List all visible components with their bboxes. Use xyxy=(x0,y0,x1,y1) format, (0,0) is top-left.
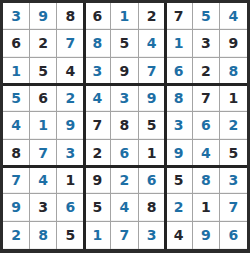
cell-r8c1[interactable]: 9 xyxy=(3,194,30,221)
cell-r5c6[interactable]: 5 xyxy=(139,112,166,139)
cell-r2c3[interactable]: 7 xyxy=(57,30,84,57)
cell-r2c2[interactable]: 2 xyxy=(30,30,57,57)
cell-r7c8[interactable]: 8 xyxy=(193,167,220,194)
cell-r1c4[interactable]: 6 xyxy=(84,3,111,30)
cell-r9c6[interactable]: 3 xyxy=(139,222,166,249)
cell-r4c4[interactable]: 4 xyxy=(84,85,111,112)
cell-r1c9[interactable]: 4 xyxy=(220,3,247,30)
cell-r3c5[interactable]: 9 xyxy=(111,58,138,85)
cell-r6c3[interactable]: 3 xyxy=(57,140,84,167)
cell-r6c5[interactable]: 6 xyxy=(111,140,138,167)
cell-r8c7[interactable]: 2 xyxy=(166,194,193,221)
cell-r2c7[interactable]: 1 xyxy=(166,30,193,57)
cell-r3c8[interactable]: 2 xyxy=(193,58,220,85)
cell-r9c8[interactable]: 9 xyxy=(193,222,220,249)
cell-r5c5[interactable]: 8 xyxy=(111,112,138,139)
cell-r8c6[interactable]: 8 xyxy=(139,194,166,221)
cell-r6c2[interactable]: 7 xyxy=(30,140,57,167)
cell-r5c3[interactable]: 9 xyxy=(57,112,84,139)
cell-r3c2[interactable]: 5 xyxy=(30,58,57,85)
sudoku-app: 3986127546278541391543976285624398714197… xyxy=(0,0,250,253)
cell-r3c6[interactable]: 7 xyxy=(139,58,166,85)
cell-r2c1[interactable]: 6 xyxy=(3,30,30,57)
cell-r6c4[interactable]: 2 xyxy=(84,140,111,167)
cell-r5c4[interactable]: 7 xyxy=(84,112,111,139)
cell-r3c9[interactable]: 8 xyxy=(220,58,247,85)
cell-r1c6[interactable]: 2 xyxy=(139,3,166,30)
cell-r9c3[interactable]: 5 xyxy=(57,222,84,249)
cell-r8c2[interactable]: 3 xyxy=(30,194,57,221)
cell-r1c5[interactable]: 1 xyxy=(111,3,138,30)
cell-r4c3[interactable]: 2 xyxy=(57,85,84,112)
cell-r5c8[interactable]: 6 xyxy=(193,112,220,139)
cell-r7c4[interactable]: 9 xyxy=(84,167,111,194)
cell-r6c1[interactable]: 8 xyxy=(3,140,30,167)
cell-r8c5[interactable]: 4 xyxy=(111,194,138,221)
cell-r1c2[interactable]: 9 xyxy=(30,3,57,30)
cell-r8c4[interactable]: 5 xyxy=(84,194,111,221)
cell-r4c9[interactable]: 1 xyxy=(220,85,247,112)
cell-r9c9[interactable]: 6 xyxy=(220,222,247,249)
cell-r1c3[interactable]: 8 xyxy=(57,3,84,30)
cell-r6c7[interactable]: 9 xyxy=(166,140,193,167)
cell-r1c7[interactable]: 7 xyxy=(166,3,193,30)
cell-r9c4[interactable]: 1 xyxy=(84,222,111,249)
cell-r5c9[interactable]: 2 xyxy=(220,112,247,139)
cell-r2c8[interactable]: 3 xyxy=(193,30,220,57)
cell-r4c1[interactable]: 5 xyxy=(3,85,30,112)
cell-r6c6[interactable]: 1 xyxy=(139,140,166,167)
cell-r5c2[interactable]: 1 xyxy=(30,112,57,139)
cell-r5c1[interactable]: 4 xyxy=(3,112,30,139)
cell-r2c4[interactable]: 8 xyxy=(84,30,111,57)
cell-r7c9[interactable]: 3 xyxy=(220,167,247,194)
cell-r7c2[interactable]: 4 xyxy=(30,167,57,194)
cell-r4c6[interactable]: 9 xyxy=(139,85,166,112)
cell-r3c3[interactable]: 4 xyxy=(57,58,84,85)
cell-r4c8[interactable]: 7 xyxy=(193,85,220,112)
cell-r9c5[interactable]: 7 xyxy=(111,222,138,249)
cell-r8c8[interactable]: 1 xyxy=(193,194,220,221)
cell-r1c8[interactable]: 5 xyxy=(193,3,220,30)
cell-r7c7[interactable]: 5 xyxy=(166,167,193,194)
cell-r6c8[interactable]: 4 xyxy=(193,140,220,167)
cell-r9c1[interactable]: 2 xyxy=(3,222,30,249)
cell-r1c1[interactable]: 3 xyxy=(3,3,30,30)
cell-r6c9[interactable]: 5 xyxy=(220,140,247,167)
sudoku-board: 3986127546278541391543976285624398714197… xyxy=(0,0,250,253)
cell-r2c6[interactable]: 4 xyxy=(139,30,166,57)
cell-r8c3[interactable]: 6 xyxy=(57,194,84,221)
cell-r5c7[interactable]: 3 xyxy=(166,112,193,139)
cell-r9c7[interactable]: 4 xyxy=(166,222,193,249)
cell-r2c5[interactable]: 5 xyxy=(111,30,138,57)
cell-r2c9[interactable]: 9 xyxy=(220,30,247,57)
cell-r7c1[interactable]: 7 xyxy=(3,167,30,194)
cell-r3c7[interactable]: 6 xyxy=(166,58,193,85)
cell-r4c2[interactable]: 6 xyxy=(30,85,57,112)
cell-r8c9[interactable]: 7 xyxy=(220,194,247,221)
cell-r3c1[interactable]: 1 xyxy=(3,58,30,85)
cell-r7c6[interactable]: 6 xyxy=(139,167,166,194)
cell-r7c3[interactable]: 1 xyxy=(57,167,84,194)
cell-r4c5[interactable]: 3 xyxy=(111,85,138,112)
cell-r7c5[interactable]: 2 xyxy=(111,167,138,194)
cell-r9c2[interactable]: 8 xyxy=(30,222,57,249)
cell-r4c7[interactable]: 8 xyxy=(166,85,193,112)
cell-r3c4[interactable]: 3 xyxy=(84,58,111,85)
